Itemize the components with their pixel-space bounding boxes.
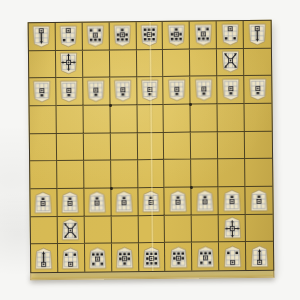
board-cell[interactable] xyxy=(56,50,83,78)
board-cell[interactable] xyxy=(138,160,165,188)
board-cell[interactable] xyxy=(83,50,110,78)
board-cell[interactable] xyxy=(192,215,219,243)
piece-pawn-gote[interactable] xyxy=(112,79,133,102)
board-cell[interactable] xyxy=(246,242,273,270)
board-cell[interactable] xyxy=(84,161,111,189)
piece-pawn-sente[interactable] xyxy=(194,189,215,212)
board-cell[interactable] xyxy=(136,50,163,78)
board-surface xyxy=(28,20,275,274)
star-point xyxy=(190,186,193,189)
board-cell[interactable] xyxy=(57,189,84,217)
board-cell[interactable] xyxy=(110,105,137,133)
board-cell[interactable] xyxy=(164,105,191,133)
board-cell[interactable] xyxy=(110,77,137,105)
board-cell[interactable] xyxy=(31,217,58,245)
board-cell[interactable] xyxy=(244,48,271,76)
board-cell[interactable] xyxy=(29,23,56,51)
board-cell[interactable] xyxy=(30,161,57,189)
board-cell[interactable] xyxy=(219,187,246,215)
board-cell[interactable] xyxy=(137,105,164,133)
board-cell[interactable] xyxy=(138,188,165,216)
piece-rook-gote[interactable] xyxy=(58,52,79,75)
board-cell[interactable] xyxy=(139,243,166,271)
board-cell[interactable] xyxy=(111,188,138,216)
piece-silver-general-gote[interactable] xyxy=(192,23,213,46)
board-cell[interactable] xyxy=(217,21,244,49)
piece-king-gote[interactable] xyxy=(139,24,160,47)
board-cell[interactable] xyxy=(164,77,191,105)
piece-rook-sente[interactable] xyxy=(221,217,242,240)
board-cell[interactable] xyxy=(110,133,137,161)
piece-knight-sente[interactable] xyxy=(222,245,243,268)
board-cell[interactable] xyxy=(191,104,218,132)
board-cell[interactable] xyxy=(112,243,139,271)
board-cell[interactable] xyxy=(218,104,245,132)
piece-pawn-sente[interactable] xyxy=(221,189,242,212)
board-cell[interactable] xyxy=(29,51,56,79)
piece-silver-general-sente[interactable] xyxy=(87,246,108,269)
board-cell[interactable] xyxy=(165,160,192,188)
piece-bishop-sente[interactable] xyxy=(60,218,81,241)
piece-lance-sente[interactable] xyxy=(33,247,54,270)
board-cell[interactable] xyxy=(84,188,111,216)
board-cell[interactable] xyxy=(109,22,136,50)
board-cell[interactable] xyxy=(56,106,83,134)
piece-pawn-gote[interactable] xyxy=(85,80,106,103)
piece-lance-sente[interactable] xyxy=(249,244,270,267)
photo-background xyxy=(0,0,300,300)
piece-pawn-gote[interactable] xyxy=(139,79,160,102)
piece-pawn-gote[interactable] xyxy=(247,78,268,101)
board-cell[interactable] xyxy=(219,242,246,270)
board-cell[interactable] xyxy=(245,131,272,159)
board-grid xyxy=(29,21,274,273)
piece-pawn-sente[interactable] xyxy=(167,189,188,212)
board-cell[interactable] xyxy=(163,49,190,77)
board-cell[interactable] xyxy=(110,50,137,78)
piece-gold-general-gote[interactable] xyxy=(112,24,133,47)
piece-pawn-sente[interactable] xyxy=(60,191,81,214)
board-cell[interactable] xyxy=(165,188,192,216)
board-cell[interactable] xyxy=(191,77,218,105)
piece-bishop-gote[interactable] xyxy=(220,51,241,74)
board-cell[interactable] xyxy=(165,215,192,243)
shogi-board xyxy=(28,20,277,283)
piece-pawn-gote[interactable] xyxy=(59,80,80,103)
piece-silver-general-sente[interactable] xyxy=(195,245,216,268)
board-cell[interactable] xyxy=(82,22,109,50)
board-cell[interactable] xyxy=(29,78,56,106)
board-cell[interactable] xyxy=(163,22,190,50)
board-cell[interactable] xyxy=(217,49,244,77)
board-cell[interactable] xyxy=(136,22,163,50)
board-cell[interactable] xyxy=(218,159,245,187)
board-cell[interactable] xyxy=(56,23,83,51)
piece-silver-general-gote[interactable] xyxy=(85,24,106,47)
board-cell[interactable] xyxy=(244,76,271,104)
piece-pawn-sente[interactable] xyxy=(114,190,135,213)
piece-gold-general-gote[interactable] xyxy=(166,23,187,46)
piece-pawn-gote[interactable] xyxy=(32,80,53,103)
board-cell[interactable] xyxy=(192,243,219,271)
board-cell[interactable] xyxy=(58,244,85,272)
board-cell[interactable] xyxy=(57,133,84,161)
board-cell[interactable] xyxy=(165,243,192,271)
piece-pawn-sente[interactable] xyxy=(248,189,269,212)
board-cell[interactable] xyxy=(84,133,111,161)
board-cell[interactable] xyxy=(244,21,271,49)
board-cell[interactable] xyxy=(191,132,218,160)
board-cell[interactable] xyxy=(190,49,217,77)
board-cell[interactable] xyxy=(218,132,245,160)
piece-knight-gote[interactable] xyxy=(219,23,240,46)
board-cell[interactable] xyxy=(83,105,110,133)
piece-pawn-gote[interactable] xyxy=(193,79,214,102)
board-cell[interactable] xyxy=(245,187,272,215)
piece-lance-gote[interactable] xyxy=(247,23,268,46)
board-cell[interactable] xyxy=(245,159,272,187)
board-cell[interactable] xyxy=(58,216,85,244)
board-cell[interactable] xyxy=(56,78,83,106)
board-cell[interactable] xyxy=(219,215,246,243)
board-cell[interactable] xyxy=(83,78,110,106)
board-cell[interactable] xyxy=(137,77,164,105)
board-cell[interactable] xyxy=(30,134,57,162)
board-cell[interactable] xyxy=(111,160,138,188)
board-cell[interactable] xyxy=(192,187,219,215)
board-cell[interactable] xyxy=(30,189,57,217)
star-point xyxy=(189,103,192,106)
board-cell[interactable] xyxy=(245,104,272,132)
board-cell[interactable] xyxy=(190,21,217,49)
piece-gold-general-sente[interactable] xyxy=(114,246,135,269)
piece-pawn-gote[interactable] xyxy=(166,79,187,102)
piece-pawn-sente[interactable] xyxy=(87,190,108,213)
board-cell[interactable] xyxy=(111,216,138,244)
piece-pawn-gote[interactable] xyxy=(220,78,241,101)
piece-pawn-sente[interactable] xyxy=(33,191,54,214)
board-cell[interactable] xyxy=(137,133,164,161)
board-cell[interactable] xyxy=(31,244,58,272)
board-cell[interactable] xyxy=(57,161,84,189)
board-cell[interactable] xyxy=(246,214,273,242)
board-cell[interactable] xyxy=(138,216,165,244)
piece-lance-gote[interactable] xyxy=(31,25,52,48)
board-cell[interactable] xyxy=(30,106,57,134)
board-cell[interactable] xyxy=(164,132,191,160)
piece-knight-gote[interactable] xyxy=(58,25,79,48)
board-cell[interactable] xyxy=(217,76,244,104)
piece-king-sente[interactable] xyxy=(141,246,162,269)
board-cell[interactable] xyxy=(85,244,112,272)
star-point xyxy=(109,104,112,107)
piece-knight-sente[interactable] xyxy=(60,246,81,269)
board-cell[interactable] xyxy=(191,160,218,188)
piece-gold-general-sente[interactable] xyxy=(168,245,189,268)
star-point xyxy=(110,187,113,190)
piece-pawn-sente[interactable] xyxy=(140,190,161,213)
board-cell[interactable] xyxy=(84,216,111,244)
